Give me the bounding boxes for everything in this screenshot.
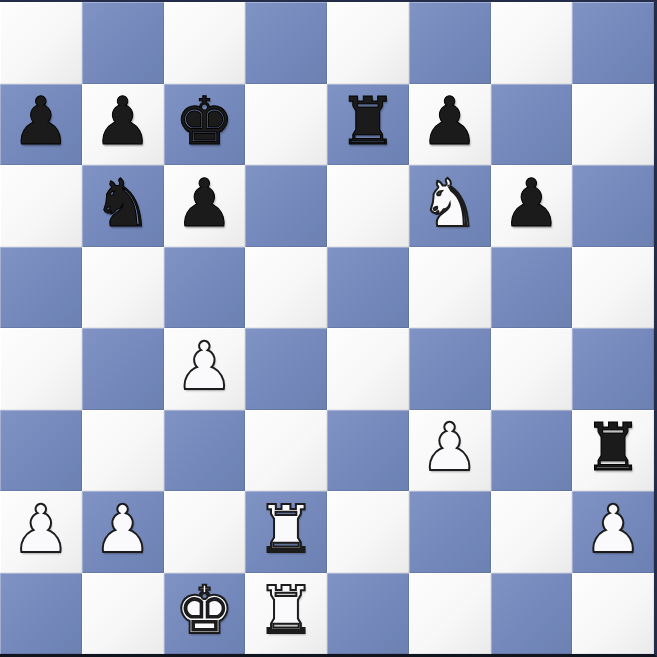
square-a7[interactable]: ♟ [0, 84, 82, 166]
square-b5[interactable] [82, 247, 164, 329]
square-g7[interactable] [491, 84, 573, 166]
square-f8[interactable] [409, 2, 491, 84]
square-c2[interactable] [164, 491, 246, 573]
square-h1[interactable] [572, 573, 654, 655]
square-a4[interactable] [0, 328, 82, 410]
square-g6[interactable]: ♟ [491, 165, 573, 247]
square-a5[interactable] [0, 247, 82, 329]
square-b4[interactable] [82, 328, 164, 410]
piece-black-rook-h3[interactable]: ♜ [584, 415, 643, 481]
square-d8[interactable] [245, 2, 327, 84]
piece-black-pawn-g6[interactable]: ♟ [502, 171, 561, 237]
square-f5[interactable] [409, 247, 491, 329]
square-g2[interactable] [491, 491, 573, 573]
square-c7[interactable]: ♚ [164, 84, 246, 166]
piece-white-rook-d1[interactable]: ♜ [257, 578, 316, 644]
square-b1[interactable] [82, 573, 164, 655]
square-h8[interactable] [572, 2, 654, 84]
square-a8[interactable] [0, 2, 82, 84]
square-h7[interactable] [572, 84, 654, 166]
piece-black-pawn-c6[interactable]: ♟ [175, 171, 234, 237]
square-f2[interactable] [409, 491, 491, 573]
square-g8[interactable] [491, 2, 573, 84]
square-e1[interactable] [327, 573, 409, 655]
square-a1[interactable] [0, 573, 82, 655]
square-d6[interactable] [245, 165, 327, 247]
square-h5[interactable] [572, 247, 654, 329]
square-d3[interactable] [245, 410, 327, 492]
square-f6[interactable]: ♞ [409, 165, 491, 247]
piece-black-pawn-b7[interactable]: ♟ [93, 89, 152, 155]
square-e5[interactable] [327, 247, 409, 329]
square-h4[interactable] [572, 328, 654, 410]
square-e3[interactable] [327, 410, 409, 492]
square-d2[interactable]: ♜ [245, 491, 327, 573]
piece-black-pawn-f7[interactable]: ♟ [420, 89, 479, 155]
square-e6[interactable] [327, 165, 409, 247]
piece-black-knight-b6[interactable]: ♞ [93, 171, 152, 237]
square-e7[interactable]: ♜ [327, 84, 409, 166]
square-c4[interactable]: ♟ [164, 328, 246, 410]
square-d7[interactable] [245, 84, 327, 166]
square-g5[interactable] [491, 247, 573, 329]
square-c8[interactable] [164, 2, 246, 84]
chess-board: ♟♟♚♜♟♞♟♞♟♟♟♜♟♟♜♟♚♜ [0, 0, 657, 657]
piece-white-pawn-c4[interactable]: ♟ [175, 334, 234, 400]
square-h3[interactable]: ♜ [572, 410, 654, 492]
square-c3[interactable] [164, 410, 246, 492]
square-e4[interactable] [327, 328, 409, 410]
piece-white-pawn-b2[interactable]: ♟ [93, 497, 152, 563]
piece-black-king-c7[interactable]: ♚ [175, 89, 234, 155]
square-a6[interactable] [0, 165, 82, 247]
square-h2[interactable]: ♟ [572, 491, 654, 573]
piece-white-pawn-a2[interactable]: ♟ [11, 497, 70, 563]
piece-white-pawn-f3[interactable]: ♟ [420, 415, 479, 481]
piece-white-pawn-h2[interactable]: ♟ [584, 497, 643, 563]
square-b8[interactable] [82, 2, 164, 84]
piece-white-knight-f6[interactable]: ♞ [420, 171, 479, 237]
square-c6[interactable]: ♟ [164, 165, 246, 247]
square-d5[interactable] [245, 247, 327, 329]
square-f3[interactable]: ♟ [409, 410, 491, 492]
square-d4[interactable] [245, 328, 327, 410]
square-g1[interactable] [491, 573, 573, 655]
square-d1[interactable]: ♜ [245, 573, 327, 655]
square-c5[interactable] [164, 247, 246, 329]
board-grid: ♟♟♚♜♟♞♟♞♟♟♟♜♟♟♜♟♚♜ [0, 2, 654, 654]
square-b7[interactable]: ♟ [82, 84, 164, 166]
square-f4[interactable] [409, 328, 491, 410]
square-h6[interactable] [572, 165, 654, 247]
square-a2[interactable]: ♟ [0, 491, 82, 573]
square-g4[interactable] [491, 328, 573, 410]
square-e8[interactable] [327, 2, 409, 84]
square-a3[interactable] [0, 410, 82, 492]
square-e2[interactable] [327, 491, 409, 573]
square-g3[interactable] [491, 410, 573, 492]
square-b2[interactable]: ♟ [82, 491, 164, 573]
square-f7[interactable]: ♟ [409, 84, 491, 166]
piece-black-rook-e7[interactable]: ♜ [338, 89, 397, 155]
piece-white-rook-d2[interactable]: ♜ [257, 497, 316, 563]
piece-black-pawn-a7[interactable]: ♟ [11, 89, 70, 155]
square-c1[interactable]: ♚ [164, 573, 246, 655]
square-b3[interactable] [82, 410, 164, 492]
piece-white-king-c1[interactable]: ♚ [175, 578, 234, 644]
square-f1[interactable] [409, 573, 491, 655]
square-b6[interactable]: ♞ [82, 165, 164, 247]
